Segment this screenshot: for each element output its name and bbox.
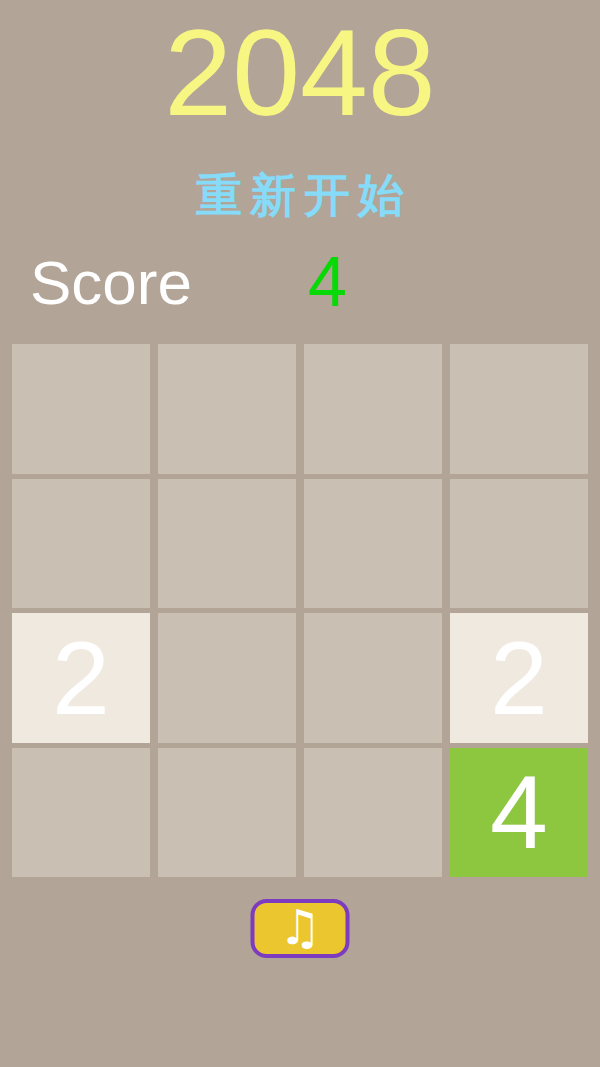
cell-empty: [12, 344, 150, 474]
score-value: 4: [308, 247, 347, 317]
board[interactable]: 224: [12, 344, 588, 877]
tile-2: 2: [12, 613, 150, 743]
cell-empty: [450, 479, 588, 609]
cell-empty: [304, 748, 442, 878]
cell-empty: [158, 748, 296, 878]
cell-empty: [158, 479, 296, 609]
cell-empty: [304, 344, 442, 474]
cell-empty: [304, 479, 442, 609]
cell-empty: [304, 613, 442, 743]
beamed-music-note-icon: ♫: [278, 903, 321, 951]
restart-button[interactable]: 重新开始: [0, 171, 600, 219]
cell-empty: [158, 344, 296, 474]
cell-empty: [12, 479, 150, 609]
game-title: 2048: [0, 12, 600, 134]
cell-empty: [450, 344, 588, 474]
tile-4: 4: [450, 748, 588, 878]
cell-empty: [12, 748, 150, 878]
music-button[interactable]: ♫: [251, 899, 350, 958]
tile-2: 2: [450, 613, 588, 743]
cell-empty: [158, 613, 296, 743]
score-label: Score: [30, 252, 192, 314]
